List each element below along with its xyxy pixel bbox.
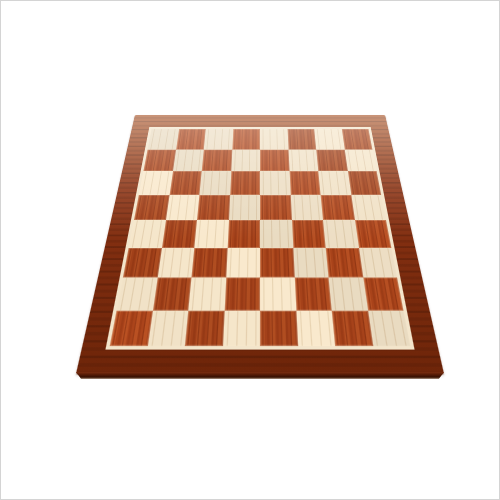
square-h7 — [344, 149, 376, 171]
square-b4 — [162, 220, 197, 248]
square-g3 — [326, 248, 363, 278]
square-a7 — [143, 149, 175, 171]
square-e7 — [260, 149, 289, 171]
square-c8 — [204, 129, 233, 149]
square-e1 — [260, 310, 298, 346]
square-d1 — [222, 310, 260, 346]
square-h4 — [355, 220, 392, 248]
square-c3 — [191, 248, 227, 278]
square-f6 — [289, 171, 320, 194]
square-d6 — [230, 171, 260, 194]
board-side-edge — [76, 372, 444, 379]
square-b2 — [152, 277, 191, 310]
square-a6 — [139, 171, 173, 194]
square-h2 — [363, 277, 404, 310]
square-h1 — [368, 310, 411, 346]
square-a2 — [117, 277, 158, 310]
square-f1 — [296, 310, 335, 346]
square-h8 — [341, 129, 372, 149]
product-photo-page — [0, 0, 500, 500]
square-g8 — [314, 129, 344, 149]
square-e4 — [260, 220, 293, 248]
square-c7 — [202, 149, 232, 171]
square-g6 — [318, 171, 351, 194]
square-e2 — [260, 277, 296, 310]
square-b5 — [166, 195, 200, 220]
square-g1 — [332, 310, 373, 346]
square-d2 — [224, 277, 260, 310]
square-b3 — [157, 248, 194, 278]
square-c4 — [194, 220, 228, 248]
square-g5 — [321, 195, 355, 220]
square-f8 — [287, 129, 316, 149]
square-b1 — [147, 310, 188, 346]
square-e8 — [260, 129, 288, 149]
square-g2 — [329, 277, 368, 310]
square-d4 — [227, 220, 260, 248]
square-b6 — [169, 171, 202, 194]
square-h5 — [351, 195, 386, 220]
square-c5 — [197, 195, 230, 220]
square-c1 — [185, 310, 224, 346]
square-e3 — [260, 248, 294, 278]
square-f7 — [288, 149, 318, 171]
accent-inlay-line — [105, 127, 414, 349]
square-e5 — [260, 195, 292, 220]
square-d5 — [229, 195, 261, 220]
square-a5 — [134, 195, 169, 220]
square-a3 — [123, 248, 162, 278]
chessboard — [76, 115, 444, 374]
square-b7 — [173, 149, 204, 171]
square-c2 — [188, 277, 225, 310]
square-d8 — [232, 129, 260, 149]
square-a8 — [148, 129, 179, 149]
square-a1 — [110, 310, 153, 346]
square-c6 — [199, 171, 230, 194]
square-f3 — [293, 248, 329, 278]
square-d7 — [231, 149, 260, 171]
square-f4 — [292, 220, 326, 248]
square-g7 — [316, 149, 347, 171]
square-g4 — [323, 220, 358, 248]
square-f2 — [294, 277, 331, 310]
square-d3 — [226, 248, 260, 278]
square-h3 — [358, 248, 397, 278]
chessboard-photo-scene — [1, 1, 499, 499]
square-f5 — [290, 195, 323, 220]
square-h6 — [347, 171, 381, 194]
square-e6 — [260, 171, 290, 194]
square-b8 — [176, 129, 206, 149]
board-grid — [110, 129, 411, 346]
square-a4 — [129, 220, 166, 248]
